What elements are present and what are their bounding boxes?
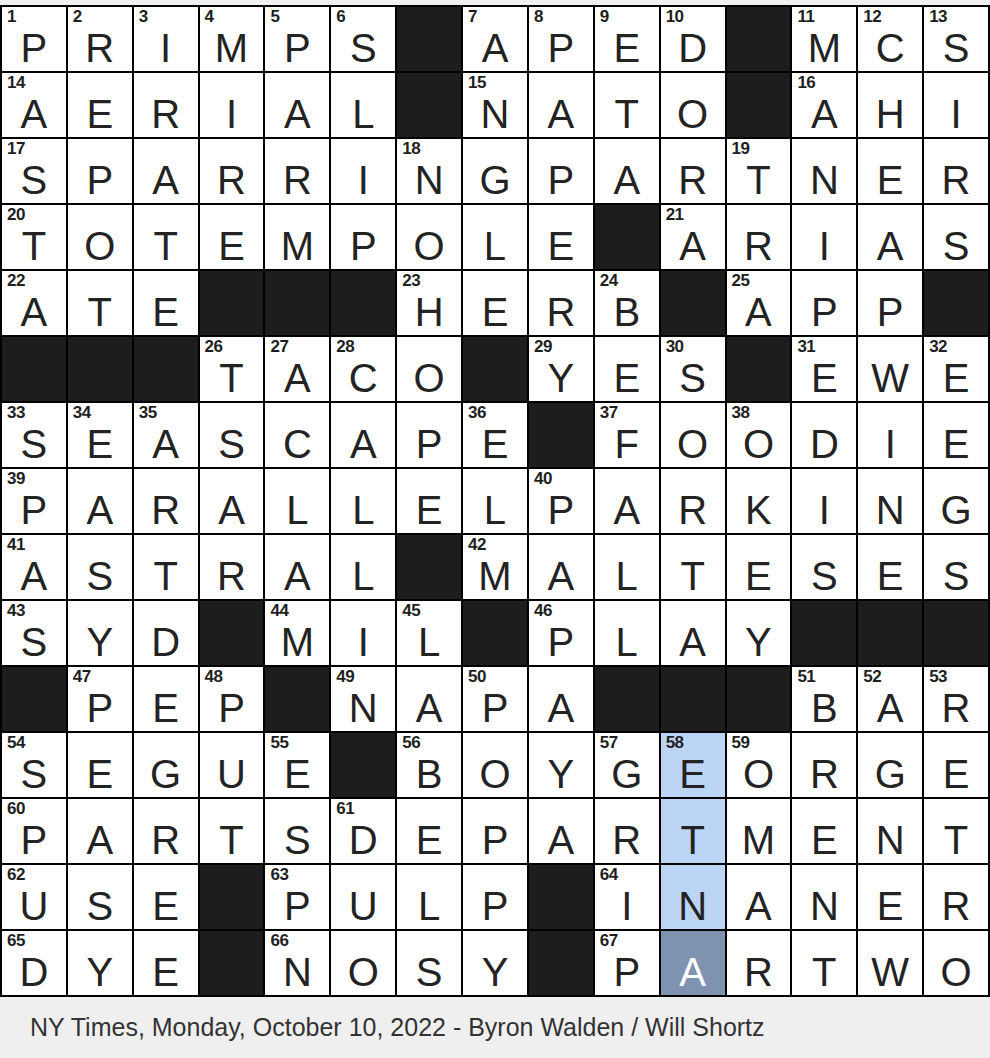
clue-number: 3 [139,8,148,27]
cell-r6c11[interactable]: 30S [661,337,725,401]
cell-letter: E [661,753,725,795]
cell-r12c13[interactable]: R [792,733,856,797]
cell-letter: N [858,489,922,531]
clue-number: 14 [7,74,25,93]
cell-r2c9[interactable]: A [529,73,593,137]
clue-number: 32 [929,338,947,357]
cell-r3c14[interactable]: E [858,139,922,203]
cell-r10c1[interactable]: 43S [2,601,66,665]
cell-r13c8[interactable]: P [463,799,527,863]
cell-r5c12[interactable]: 25A [727,271,791,335]
cell-letter: H [858,93,922,135]
cell-letter: A [265,93,329,135]
cell-r14c12[interactable]: A [727,865,791,929]
cell-r14c3[interactable]: E [134,865,198,929]
cell-letter: Y [529,357,593,399]
cell-r6c6[interactable]: 28C [331,337,395,401]
cell-r10c12[interactable]: Y [727,601,791,665]
cell-r3c7[interactable]: 18N [397,139,461,203]
cell-letter: E [463,291,527,333]
cell-r1c9[interactable]: 8P [529,7,593,71]
cell-r14c13[interactable]: N [792,865,856,929]
cell-letter: N [463,93,527,135]
cell-r13c9[interactable]: A [529,799,593,863]
cell-r8c14[interactable]: N [858,469,922,533]
cell-r1c15[interactable]: 13S [924,7,988,71]
cell-r7c8[interactable]: 36E [463,403,527,467]
cell-r11c3[interactable]: E [134,667,198,731]
cell-r12c1[interactable]: 54S [2,733,66,797]
cell-r1c13[interactable]: 11M [792,7,856,71]
cell-letter: O [397,357,461,399]
cell-r3c10[interactable]: A [595,139,659,203]
cell-r12c15[interactable]: E [924,733,988,797]
cell-r15c9 [529,931,593,995]
cell-letter: P [200,687,264,729]
cell-letter: E [397,819,461,861]
cell-r9c13[interactable]: S [792,535,856,599]
cell-r13c13[interactable]: E [792,799,856,863]
cell-letter: T [134,555,198,597]
cell-r11c12 [727,667,791,731]
cell-r12c4[interactable]: U [200,733,264,797]
cell-r1c3[interactable]: 3I [134,7,198,71]
cell-letter: A [529,687,593,729]
cell-letter: L [595,621,659,663]
cell-r5c10[interactable]: 24B [595,271,659,335]
cell-r5c7[interactable]: 23H [397,271,461,335]
cell-r10c2[interactable]: Y [68,601,132,665]
cell-letter: L [397,621,461,663]
cell-letter: O [661,423,725,465]
cell-r13c12[interactable]: M [727,799,791,863]
cell-r3c2[interactable]: P [68,139,132,203]
clue-number: 52 [863,668,881,687]
cell-r13c1[interactable]: 60P [2,799,66,863]
cell-letter: E [68,753,132,795]
cell-r11c9[interactable]: A [529,667,593,731]
cell-r10c5[interactable]: 44M [265,601,329,665]
cell-r10c7[interactable]: 45L [397,601,461,665]
cell-r15c10[interactable]: 67P [595,931,659,995]
cell-letter: R [924,159,988,201]
cell-r2c8[interactable]: 15N [463,73,527,137]
cell-letter: U [331,885,395,927]
cell-r9c4[interactable]: R [200,535,264,599]
cell-r9c7 [397,535,461,599]
cell-r2c4[interactable]: I [200,73,264,137]
cell-r8c2[interactable]: A [68,469,132,533]
cell-letter: Y [68,621,132,663]
cell-letter: E [924,357,988,399]
cell-r9c11[interactable]: T [661,535,725,599]
cell-letter: I [331,621,395,663]
cell-r1c2[interactable]: 2R [68,7,132,71]
cell-letter: T [792,951,856,993]
cell-r15c5[interactable]: 66N [265,931,329,995]
cell-r5c8[interactable]: E [463,271,527,335]
cell-r8c6[interactable]: L [331,469,395,533]
cell-r8c10[interactable]: A [595,469,659,533]
cell-letter: D [661,27,725,69]
cell-r15c2[interactable]: Y [68,931,132,995]
cell-r8c9[interactable]: 40P [529,469,593,533]
cell-r10c13 [792,601,856,665]
cell-r14c8[interactable]: P [463,865,527,929]
cell-r4c8[interactable]: L [463,205,527,269]
cell-r15c7[interactable]: S [397,931,461,995]
cell-r5c9[interactable]: R [529,271,593,335]
cell-r1c5[interactable]: 5P [265,7,329,71]
cell-letter: D [331,819,395,861]
cell-letter: S [265,819,329,861]
cell-r8c13[interactable]: I [792,469,856,533]
cell-letter: A [265,357,329,399]
cell-r10c9[interactable]: 46P [529,601,593,665]
clue-number: 24 [600,272,618,291]
cell-letter: E [134,951,198,993]
cell-r15c1[interactable]: 65D [2,931,66,995]
cell-r3c3[interactable]: A [134,139,198,203]
cell-letter: I [200,93,264,135]
cell-r2c3[interactable]: R [134,73,198,137]
cell-r11c13[interactable]: 51B [792,667,856,731]
cell-letter: M [463,555,527,597]
cell-r14c11[interactable]: N [661,865,725,929]
cell-r2c2[interactable]: E [68,73,132,137]
clue-number: 46 [534,602,552,621]
clue-number: 9 [600,8,609,27]
cell-r15c12[interactable]: R [727,931,791,995]
cell-r13c11[interactable]: T [661,799,725,863]
cell-letter: P [68,159,132,201]
cell-r7c5[interactable]: C [265,403,329,467]
cell-r6c5[interactable]: 27A [265,337,329,401]
cell-letter: P [858,291,922,333]
cell-r5c13[interactable]: P [792,271,856,335]
cell-r2c11[interactable]: O [661,73,725,137]
cell-r7c15[interactable]: E [924,403,988,467]
cell-r12c9[interactable]: Y [529,733,593,797]
cell-r8c1[interactable]: 39P [2,469,66,533]
cell-r6c7[interactable]: O [397,337,461,401]
clue-number: 42 [468,536,486,555]
cell-r14c2[interactable]: S [68,865,132,929]
clue-number: 40 [534,470,552,489]
cell-r14c10[interactable]: 64I [595,865,659,929]
cell-letter: R [727,951,791,993]
cell-r5c3[interactable]: E [134,271,198,335]
cell-r7c2[interactable]: 34E [68,403,132,467]
cell-r12c11[interactable]: 58E [661,733,725,797]
cell-letter: R [727,225,791,267]
cell-r15c13[interactable]: T [792,931,856,995]
cell-r14c14[interactable]: E [858,865,922,929]
cell-r1c8[interactable]: 7A [463,7,527,71]
cell-r2c10[interactable]: T [595,73,659,137]
cell-letter: N [397,159,461,201]
cell-letter: O [661,93,725,135]
cell-r11c8[interactable]: 50P [463,667,527,731]
cell-letter: L [331,555,395,597]
cell-r7c1[interactable]: 33S [2,403,66,467]
cell-r9c2[interactable]: S [68,535,132,599]
cell-r10c11[interactable]: A [661,601,725,665]
cell-letter: A [858,225,922,267]
cell-r8c15[interactable]: G [924,469,988,533]
cell-r6c10[interactable]: E [595,337,659,401]
cell-letter: A [529,819,593,861]
cell-letter: E [265,753,329,795]
cell-r11c10 [595,667,659,731]
cell-r12c7[interactable]: 56B [397,733,461,797]
cell-letter: F [595,423,659,465]
cell-letter: Y [68,951,132,993]
clue-number: 23 [402,272,420,291]
clue-number: 44 [270,602,288,621]
cell-letter: R [200,555,264,597]
cell-r7c6[interactable]: A [331,403,395,467]
cell-r12c3[interactable]: G [134,733,198,797]
cell-r13c2[interactable]: A [68,799,132,863]
cell-r8c5[interactable]: L [265,469,329,533]
clue-number: 27 [270,338,288,357]
cell-letter: C [331,357,395,399]
cell-r3c12[interactable]: 19T [727,139,791,203]
cell-r9c1[interactable]: 41A [2,535,66,599]
cell-r15c3[interactable]: E [134,931,198,995]
cell-r9c3[interactable]: T [134,535,198,599]
cell-letter: A [200,489,264,531]
cell-r13c15[interactable]: T [924,799,988,863]
cell-r13c4[interactable]: T [200,799,264,863]
cell-letter: I [858,423,922,465]
cell-letter: D [2,951,66,993]
cell-r8c3[interactable]: R [134,469,198,533]
cell-r4c4[interactable]: E [200,205,264,269]
clue-number: 4 [205,8,214,27]
cell-r4c7[interactable]: O [397,205,461,269]
cell-r7c11[interactable]: O [661,403,725,467]
cell-r1c11[interactable]: 10D [661,7,725,71]
cell-r11c14[interactable]: 52A [858,667,922,731]
cell-r4c1[interactable]: 20T [2,205,66,269]
cell-r1c6[interactable]: 6S [331,7,395,71]
cell-r8c8[interactable]: L [463,469,527,533]
cell-r5c1[interactable]: 22A [2,271,66,335]
cell-r10c14 [858,601,922,665]
cell-r3c8[interactable]: G [463,139,527,203]
cell-letter: I [924,93,988,135]
cell-letter: A [463,27,527,69]
cell-r7c7[interactable]: P [397,403,461,467]
cell-r3c6[interactable]: I [331,139,395,203]
cell-letter: P [68,687,132,729]
cell-r15c15[interactable]: O [924,931,988,995]
cell-r13c3[interactable]: R [134,799,198,863]
cell-r11c4[interactable]: 48P [200,667,264,731]
clue-number: 50 [468,668,486,687]
cell-r11c15[interactable]: 53R [924,667,988,731]
cell-letter: I [331,159,395,201]
cell-r3c15[interactable]: R [924,139,988,203]
cell-r6c8 [463,337,527,401]
cell-letter: E [792,819,856,861]
cell-letter: H [397,291,461,333]
cell-r2c13[interactable]: 16A [792,73,856,137]
cell-letter: U [200,753,264,795]
cell-r12c5[interactable]: 55E [265,733,329,797]
cell-r15c14[interactable]: W [858,931,922,995]
cell-letter: T [2,225,66,267]
cell-r5c2[interactable]: T [68,271,132,335]
cell-r14c15[interactable]: R [924,865,988,929]
cell-r10c6[interactable]: I [331,601,395,665]
cell-r9c6[interactable]: L [331,535,395,599]
cell-letter: E [858,159,922,201]
clue-number: 58 [666,734,684,753]
cell-r9c5[interactable]: A [265,535,329,599]
cell-r15c8[interactable]: Y [463,931,527,995]
cell-letter: N [792,885,856,927]
cell-letter: G [858,753,922,795]
clue-number: 67 [600,932,618,951]
clue-number: 37 [600,404,618,423]
cell-r2c5[interactable]: A [265,73,329,137]
cell-r1c1[interactable]: 1P [2,7,66,71]
cell-r4c5[interactable]: M [265,205,329,269]
cell-r5c4 [200,271,264,335]
cell-letter: R [134,819,198,861]
cell-r9c14[interactable]: E [858,535,922,599]
cell-r13c10[interactable]: R [595,799,659,863]
cell-letter: A [2,555,66,597]
cell-r4c2[interactable]: O [68,205,132,269]
cell-r11c6[interactable]: 49N [331,667,395,731]
cell-r12c12[interactable]: 59O [727,733,791,797]
cell-r14c7[interactable]: L [397,865,461,929]
cell-r9c12[interactable]: E [727,535,791,599]
cell-r13c14[interactable]: N [858,799,922,863]
cell-r4c15[interactable]: S [924,205,988,269]
cell-r7c4[interactable]: S [200,403,264,467]
cell-r4c11[interactable]: 21A [661,205,725,269]
cell-letter: I [792,225,856,267]
cell-r9c9[interactable]: A [529,535,593,599]
cell-r7c12[interactable]: 38O [727,403,791,467]
clue-number: 59 [732,734,750,753]
cell-r6c4[interactable]: 26T [200,337,264,401]
clue-number: 15 [468,74,486,93]
cell-letter: R [265,159,329,201]
cell-r8c7[interactable]: E [397,469,461,533]
cell-r10c3[interactable]: D [134,601,198,665]
cell-r14c6[interactable]: U [331,865,395,929]
cell-r14c1[interactable]: 62U [2,865,66,929]
cell-r11c1 [2,667,66,731]
cell-r4c3[interactable]: T [134,205,198,269]
cell-r7c10[interactable]: 37F [595,403,659,467]
clue-number: 54 [7,734,25,753]
cell-r15c6[interactable]: O [331,931,395,995]
cell-letter: O [68,225,132,267]
cell-r1c4[interactable]: 4M [200,7,264,71]
cell-letter: I [595,885,659,927]
cell-r14c5[interactable]: 63P [265,865,329,929]
cell-r11c2[interactable]: 47P [68,667,132,731]
cell-r4c9[interactable]: E [529,205,593,269]
cell-r3c11[interactable]: R [661,139,725,203]
clue-number: 31 [797,338,815,357]
cell-r8c12[interactable]: K [727,469,791,533]
cell-letter: O [924,951,988,993]
cell-r11c7[interactable]: A [397,667,461,731]
cell-r7c14[interactable]: I [858,403,922,467]
cell-r4c13[interactable]: I [792,205,856,269]
clue-number: 17 [7,140,25,159]
cell-r4c12[interactable]: R [727,205,791,269]
cell-r13c5[interactable]: S [265,799,329,863]
clue-number: 5 [270,8,279,27]
cell-letter: E [134,687,198,729]
cell-r12c8[interactable]: O [463,733,527,797]
cell-r13c7[interactable]: E [397,799,461,863]
cell-letter: R [661,489,725,531]
cell-r3c13[interactable]: N [792,139,856,203]
cell-r1c14[interactable]: 12C [858,7,922,71]
cell-r6c15[interactable]: 32E [924,337,988,401]
cell-r15c11[interactable]: A [661,931,725,995]
cell-letter: L [265,489,329,531]
cell-r2c1[interactable]: 14A [2,73,66,137]
cell-r2c14[interactable]: H [858,73,922,137]
cell-r8c11[interactable]: R [661,469,725,533]
cell-r6c9[interactable]: 29Y [529,337,593,401]
cell-r3c5[interactable]: R [265,139,329,203]
cell-r3c9[interactable]: P [529,139,593,203]
cell-r5c14[interactable]: P [858,271,922,335]
cell-r10c10[interactable]: L [595,601,659,665]
cell-r4c6[interactable]: P [331,205,395,269]
cell-r9c10[interactable]: L [595,535,659,599]
cell-r9c15[interactable]: S [924,535,988,599]
clue-number: 13 [929,8,947,27]
cell-r2c15[interactable]: I [924,73,988,137]
cell-r4c14[interactable]: A [858,205,922,269]
cell-r6c14[interactable]: W [858,337,922,401]
cell-r7c13[interactable]: D [792,403,856,467]
cell-r1c10[interactable]: 9E [595,7,659,71]
cell-r8c4[interactable]: A [200,469,264,533]
cell-r7c3[interactable]: 35A [134,403,198,467]
cell-letter: U [2,885,66,927]
cell-r12c2[interactable]: E [68,733,132,797]
cell-r2c6[interactable]: L [331,73,395,137]
cell-letter: L [331,489,395,531]
cell-r3c4[interactable]: R [200,139,264,203]
cell-r3c1[interactable]: 17S [2,139,66,203]
cell-letter: P [397,423,461,465]
clue-number: 7 [468,8,477,27]
cell-r9c8[interactable]: 42M [463,535,527,599]
cell-letter: R [134,93,198,135]
cell-r12c14[interactable]: G [858,733,922,797]
cell-letter: S [68,885,132,927]
cell-r12c10[interactable]: 57G [595,733,659,797]
cell-r6c13[interactable]: 31E [792,337,856,401]
cell-letter: E [397,489,461,531]
cell-r13c6[interactable]: 61D [331,799,395,863]
